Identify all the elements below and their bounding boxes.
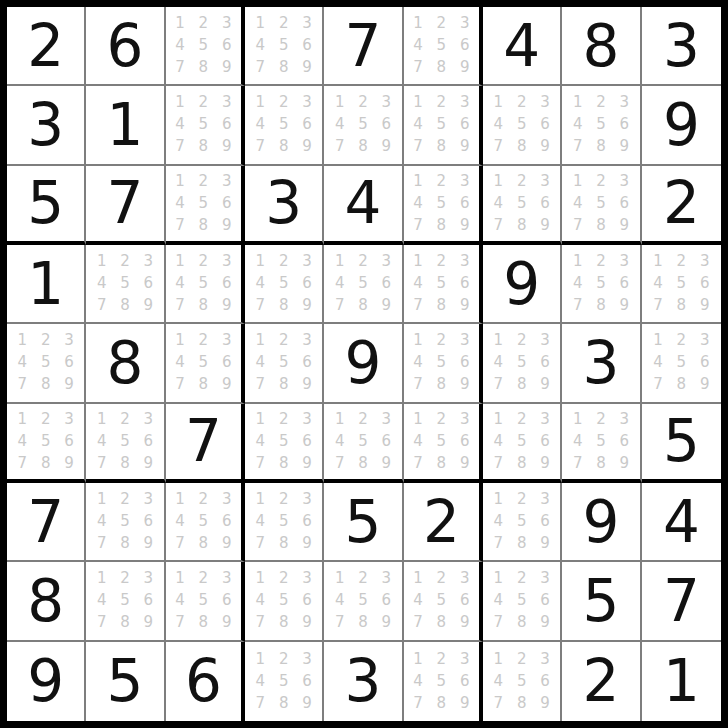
pencil-mark-digit: 3 — [137, 568, 160, 590]
given-digit: 5 — [663, 412, 700, 470]
cell-r7c7[interactable]: 123456789 — [483, 483, 562, 562]
pencil-mark-digit: 4 — [328, 273, 351, 295]
pencil-mark-digit: 4 — [566, 430, 589, 452]
given-digit: 7 — [27, 493, 64, 551]
cell-r7c2[interactable]: 123456789 — [86, 483, 165, 562]
pencil-mark-digit: 4 — [487, 430, 510, 452]
pencil-marks: 123456789 — [249, 13, 319, 79]
pencil-mark-digit: 4 — [406, 430, 429, 452]
pencil-mark-digit: 9 — [693, 295, 716, 317]
pencil-mark-digit: 5 — [430, 670, 453, 692]
cell-r9c2[interactable]: 5 — [86, 642, 165, 721]
pencil-mark-digit: 7 — [406, 136, 429, 158]
pencil-mark-digit: 2 — [589, 251, 612, 273]
cell-r2c5[interactable]: 123456789 — [324, 86, 403, 165]
pencil-mark-digit: 6 — [295, 114, 318, 136]
pencil-mark-digit: 4 — [249, 35, 272, 57]
pencil-mark-digit: 1 — [90, 408, 113, 430]
pencil-mark-digit: 7 — [90, 452, 113, 474]
pencil-mark-digit: 7 — [566, 214, 589, 236]
pencil-mark-digit: 9 — [453, 57, 476, 79]
cell-r4c6[interactable]: 123456789 — [404, 245, 483, 324]
pencil-mark-digit: 3 — [613, 408, 636, 430]
cell-r8c2[interactable]: 123456789 — [86, 562, 165, 641]
given-digit: 7 — [185, 412, 222, 470]
pencil-mark-digit: 5 — [670, 352, 693, 374]
pencil-mark-digit: 3 — [137, 408, 160, 430]
pencil-mark-digit: 7 — [487, 374, 510, 396]
cell-r8c3[interactable]: 123456789 — [166, 562, 245, 641]
pencil-mark-digit: 2 — [192, 92, 215, 114]
pencil-mark-digit: 4 — [487, 352, 510, 374]
pencil-mark-digit: 3 — [215, 568, 238, 590]
pencil-marks: 123456789 — [487, 408, 557, 474]
pencil-mark-digit: 9 — [453, 295, 476, 317]
pencil-mark-digit: 2 — [34, 408, 57, 430]
pencil-mark-digit: 6 — [215, 192, 238, 214]
pencil-mark-digit: 1 — [90, 251, 113, 273]
pencil-mark-digit: 4 — [406, 670, 429, 692]
pencil-mark-digit: 5 — [589, 273, 612, 295]
cell-r6c8[interactable]: 123456789 — [562, 404, 641, 483]
pencil-mark-digit: 9 — [375, 452, 398, 474]
pencil-mark-digit: 5 — [430, 114, 453, 136]
cell-r2c8[interactable]: 123456789 — [562, 86, 641, 165]
pencil-mark-digit: 2 — [510, 568, 533, 590]
given-digit: 7 — [345, 17, 382, 75]
cell-r6c3[interactable]: 7 — [166, 404, 245, 483]
pencil-mark-digit: 6 — [533, 192, 556, 214]
given-digit: 5 — [27, 174, 64, 232]
cell-r7c9[interactable]: 4 — [642, 483, 721, 562]
pencil-mark-digit: 5 — [272, 35, 295, 57]
pencil-mark-digit: 1 — [487, 648, 510, 670]
pencil-mark-digit: 6 — [453, 35, 476, 57]
pencil-mark-digit: 5 — [510, 590, 533, 612]
pencil-mark-digit: 3 — [215, 330, 238, 352]
given-digit: 4 — [663, 493, 700, 551]
pencil-mark-digit: 2 — [589, 92, 612, 114]
pencil-mark-digit: 1 — [566, 92, 589, 114]
pencil-mark-digit: 6 — [137, 430, 160, 452]
cell-r4c5[interactable]: 123456789 — [324, 245, 403, 324]
pencil-mark-digit: 1 — [406, 170, 429, 192]
cell-r6c2[interactable]: 123456789 — [86, 404, 165, 483]
pencil-mark-digit: 7 — [249, 533, 272, 555]
pencil-mark-digit: 9 — [137, 533, 160, 555]
pencil-mark-digit: 5 — [113, 273, 136, 295]
pencil-marks: 123456789 — [406, 13, 476, 79]
cell-r3c7[interactable]: 123456789 — [483, 166, 562, 245]
cell-r3c6[interactable]: 123456789 — [404, 166, 483, 245]
pencil-mark-digit: 9 — [533, 136, 556, 158]
pencil-mark-digit: 2 — [510, 92, 533, 114]
cell-r4c7[interactable]: 9 — [483, 245, 562, 324]
pencil-mark-digit: 1 — [249, 568, 272, 590]
pencil-mark-digit: 6 — [295, 430, 318, 452]
given-digit: 9 — [27, 652, 64, 710]
pencil-mark-digit: 3 — [533, 92, 556, 114]
cell-r8c6[interactable]: 123456789 — [404, 562, 483, 641]
cell-r8c7[interactable]: 123456789 — [483, 562, 562, 641]
pencil-mark-digit: 8 — [192, 533, 215, 555]
pencil-mark-digit: 1 — [11, 408, 34, 430]
pencil-mark-digit: 8 — [430, 136, 453, 158]
pencil-mark-digit: 1 — [566, 408, 589, 430]
pencil-mark-digit: 3 — [215, 92, 238, 114]
pencil-mark-digit: 5 — [113, 590, 136, 612]
pencil-marks: 123456789 — [249, 648, 319, 714]
pencil-mark-digit: 2 — [589, 170, 612, 192]
cell-r6c5[interactable]: 123456789 — [324, 404, 403, 483]
pencil-mark-digit: 1 — [328, 568, 351, 590]
given-digit: 1 — [663, 652, 700, 710]
pencil-mark-digit: 8 — [510, 533, 533, 555]
pencil-mark-digit: 2 — [430, 170, 453, 192]
cell-r5c4[interactable]: 123456789 — [245, 324, 324, 403]
pencil-mark-digit: 9 — [533, 612, 556, 634]
pencil-mark-digit: 4 — [90, 273, 113, 295]
cell-r2c7[interactable]: 123456789 — [483, 86, 562, 165]
pencil-mark-digit: 8 — [272, 57, 295, 79]
pencil-marks: 123456789 — [90, 408, 160, 474]
pencil-mark-digit: 8 — [589, 136, 612, 158]
pencil-mark-digit: 8 — [351, 612, 374, 634]
pencil-marks: 123456789 — [646, 251, 716, 317]
cell-r1c5[interactable]: 7 — [324, 7, 403, 86]
pencil-mark-digit: 6 — [453, 192, 476, 214]
pencil-mark-digit: 5 — [192, 114, 215, 136]
pencil-mark-digit: 7 — [646, 295, 669, 317]
cell-r3c5[interactable]: 4 — [324, 166, 403, 245]
pencil-mark-digit: 5 — [34, 430, 57, 452]
given-digit: 2 — [583, 652, 620, 710]
pencil-marks: 123456789 — [168, 170, 238, 236]
pencil-mark-digit: 9 — [533, 533, 556, 555]
cell-r1c7[interactable]: 4 — [483, 7, 562, 86]
pencil-mark-digit: 3 — [613, 170, 636, 192]
pencil-mark-digit: 3 — [215, 251, 238, 273]
pencil-mark-digit: 7 — [249, 692, 272, 714]
pencil-mark-digit: 8 — [351, 452, 374, 474]
cell-r6c1[interactable]: 123456789 — [7, 404, 86, 483]
cell-r8c8[interactable]: 5 — [562, 562, 641, 641]
pencil-mark-digit: 3 — [215, 489, 238, 511]
given-digit: 5 — [107, 652, 144, 710]
pencil-mark-digit: 6 — [375, 114, 398, 136]
cell-r7c1[interactable]: 7 — [7, 483, 86, 562]
pencil-mark-digit: 7 — [11, 374, 34, 396]
pencil-mark-digit: 8 — [272, 533, 295, 555]
pencil-mark-digit: 8 — [113, 533, 136, 555]
pencil-mark-digit: 4 — [566, 273, 589, 295]
cell-r1c9[interactable]: 3 — [642, 7, 721, 86]
pencil-mark-digit: 2 — [113, 489, 136, 511]
cell-r9c3[interactable]: 6 — [166, 642, 245, 721]
pencil-mark-digit: 9 — [453, 214, 476, 236]
pencil-mark-digit: 9 — [295, 612, 318, 634]
pencil-mark-digit: 5 — [351, 273, 374, 295]
cell-r1c8[interactable]: 8 — [562, 7, 641, 86]
cell-r8c1[interactable]: 8 — [7, 562, 86, 641]
cell-r3c9[interactable]: 2 — [642, 166, 721, 245]
pencil-marks: 123456789 — [566, 92, 636, 158]
pencil-mark-digit: 7 — [328, 295, 351, 317]
pencil-mark-digit: 2 — [351, 92, 374, 114]
pencil-mark-digit: 8 — [510, 214, 533, 236]
cell-r3c2[interactable]: 7 — [86, 166, 165, 245]
cell-r9c7[interactable]: 123456789 — [483, 642, 562, 721]
cell-r9c4[interactable]: 123456789 — [245, 642, 324, 721]
cell-r9c5[interactable]: 3 — [324, 642, 403, 721]
pencil-mark-digit: 2 — [192, 489, 215, 511]
cell-r3c8[interactable]: 123456789 — [562, 166, 641, 245]
pencil-mark-digit: 8 — [113, 612, 136, 634]
pencil-mark-digit: 1 — [646, 330, 669, 352]
pencil-mark-digit: 7 — [328, 136, 351, 158]
pencil-mark-digit: 1 — [90, 568, 113, 590]
pencil-mark-digit: 4 — [90, 430, 113, 452]
cell-r5c6[interactable]: 123456789 — [404, 324, 483, 403]
cell-r5c3[interactable]: 123456789 — [166, 324, 245, 403]
pencil-mark-digit: 5 — [430, 352, 453, 374]
cell-r6c6[interactable]: 123456789 — [404, 404, 483, 483]
given-digit: 6 — [107, 17, 144, 75]
pencil-mark-digit: 6 — [215, 273, 238, 295]
pencil-mark-digit: 7 — [11, 452, 34, 474]
pencil-mark-digit: 6 — [533, 590, 556, 612]
given-digit: 9 — [345, 334, 382, 392]
cell-r2c9[interactable]: 9 — [642, 86, 721, 165]
pencil-mark-digit: 6 — [453, 670, 476, 692]
cell-r1c4[interactable]: 123456789 — [245, 7, 324, 86]
pencil-mark-digit: 6 — [533, 352, 556, 374]
pencil-mark-digit: 7 — [90, 612, 113, 634]
pencil-mark-digit: 6 — [215, 511, 238, 533]
pencil-marks: 123456789 — [11, 330, 81, 396]
cell-r9c9[interactable]: 1 — [642, 642, 721, 721]
pencil-mark-digit: 5 — [192, 352, 215, 374]
pencil-mark-digit: 4 — [249, 511, 272, 533]
pencil-mark-digit: 1 — [90, 489, 113, 511]
cell-r8c9[interactable]: 7 — [642, 562, 721, 641]
cell-r7c4[interactable]: 123456789 — [245, 483, 324, 562]
pencil-mark-digit: 7 — [406, 57, 429, 79]
pencil-mark-digit: 5 — [589, 430, 612, 452]
pencil-mark-digit: 9 — [375, 612, 398, 634]
cell-r5c5[interactable]: 9 — [324, 324, 403, 403]
pencil-mark-digit: 3 — [295, 92, 318, 114]
given-digit: 9 — [663, 96, 700, 154]
pencil-mark-digit: 3 — [295, 408, 318, 430]
pencil-mark-digit: 4 — [90, 590, 113, 612]
cell-r1c2[interactable]: 6 — [86, 7, 165, 86]
pencil-marks: 123456789 — [406, 568, 476, 634]
cell-r7c5[interactable]: 5 — [324, 483, 403, 562]
cell-r1c6[interactable]: 123456789 — [404, 7, 483, 86]
pencil-mark-digit: 6 — [215, 590, 238, 612]
pencil-mark-digit: 9 — [215, 57, 238, 79]
pencil-marks: 123456789 — [249, 92, 319, 158]
pencil-mark-digit: 4 — [487, 511, 510, 533]
pencil-mark-digit: 3 — [533, 408, 556, 430]
pencil-marks: 123456789 — [406, 408, 476, 474]
cell-r1c1[interactable]: 2 — [7, 7, 86, 86]
pencil-mark-digit: 1 — [249, 408, 272, 430]
cell-r5c9[interactable]: 123456789 — [642, 324, 721, 403]
cell-r9c6[interactable]: 123456789 — [404, 642, 483, 721]
pencil-mark-digit: 9 — [295, 374, 318, 396]
cell-r4c3[interactable]: 123456789 — [166, 245, 245, 324]
pencil-mark-digit: 2 — [589, 408, 612, 430]
cell-r3c1[interactable]: 5 — [7, 166, 86, 245]
pencil-mark-digit: 7 — [646, 374, 669, 396]
pencil-mark-digit: 2 — [351, 251, 374, 273]
pencil-mark-digit: 9 — [453, 136, 476, 158]
pencil-mark-digit: 1 — [487, 408, 510, 430]
cell-r8c4[interactable]: 123456789 — [245, 562, 324, 641]
cell-r3c4[interactable]: 3 — [245, 166, 324, 245]
pencil-mark-digit: 2 — [192, 170, 215, 192]
pencil-mark-digit: 5 — [192, 35, 215, 57]
pencil-mark-digit: 7 — [168, 374, 191, 396]
pencil-mark-digit: 5 — [351, 430, 374, 452]
pencil-mark-digit: 4 — [249, 352, 272, 374]
cell-r4c1[interactable]: 1 — [7, 245, 86, 324]
cell-r5c8[interactable]: 3 — [562, 324, 641, 403]
cell-r4c8[interactable]: 123456789 — [562, 245, 641, 324]
pencil-mark-digit: 1 — [487, 489, 510, 511]
pencil-mark-digit: 2 — [430, 648, 453, 670]
pencil-mark-digit: 8 — [34, 374, 57, 396]
pencil-mark-digit: 5 — [192, 273, 215, 295]
given-digit: 9 — [583, 493, 620, 551]
cell-r4c9[interactable]: 123456789 — [642, 245, 721, 324]
pencil-mark-digit: 2 — [670, 251, 693, 273]
given-digit: 2 — [663, 174, 700, 232]
pencil-mark-digit: 5 — [272, 430, 295, 452]
pencil-mark-digit: 6 — [295, 273, 318, 295]
pencil-mark-digit: 3 — [533, 170, 556, 192]
pencil-mark-digit: 6 — [137, 273, 160, 295]
cell-r5c2[interactable]: 8 — [86, 324, 165, 403]
pencil-marks: 123456789 — [328, 92, 398, 158]
cell-r5c1[interactable]: 123456789 — [7, 324, 86, 403]
pencil-mark-digit: 9 — [693, 374, 716, 396]
pencil-mark-digit: 1 — [328, 251, 351, 273]
pencil-marks: 123456789 — [487, 568, 557, 634]
pencil-mark-digit: 5 — [430, 192, 453, 214]
pencil-mark-digit: 4 — [487, 114, 510, 136]
pencil-mark-digit: 8 — [589, 295, 612, 317]
pencil-mark-digit: 1 — [406, 568, 429, 590]
given-digit: 3 — [27, 96, 64, 154]
pencil-mark-digit: 7 — [90, 295, 113, 317]
cell-r3c3[interactable]: 123456789 — [166, 166, 245, 245]
cell-r5c7[interactable]: 123456789 — [483, 324, 562, 403]
pencil-mark-digit: 2 — [272, 568, 295, 590]
pencil-mark-digit: 3 — [453, 13, 476, 35]
cell-r2c4[interactable]: 123456789 — [245, 86, 324, 165]
cell-r1c3[interactable]: 123456789 — [166, 7, 245, 86]
cell-r4c4[interactable]: 123456789 — [245, 245, 324, 324]
pencil-mark-digit: 5 — [589, 192, 612, 214]
pencil-mark-digit: 2 — [192, 568, 215, 590]
pencil-mark-digit: 8 — [510, 452, 533, 474]
pencil-marks: 123456789 — [487, 648, 557, 714]
cell-r6c7[interactable]: 123456789 — [483, 404, 562, 483]
cell-r9c8[interactable]: 2 — [562, 642, 641, 721]
pencil-marks: 123456789 — [566, 408, 636, 474]
cell-r2c1[interactable]: 3 — [7, 86, 86, 165]
cell-r2c6[interactable]: 123456789 — [404, 86, 483, 165]
pencil-mark-digit: 6 — [453, 352, 476, 374]
cell-r2c2[interactable]: 1 — [86, 86, 165, 165]
given-digit: 9 — [503, 255, 540, 313]
pencil-mark-digit: 3 — [295, 13, 318, 35]
pencil-mark-digit: 1 — [168, 251, 191, 273]
pencil-marks: 123456789 — [90, 568, 160, 634]
pencil-mark-digit: 1 — [249, 13, 272, 35]
cell-r4c2[interactable]: 123456789 — [86, 245, 165, 324]
pencil-mark-digit: 9 — [453, 692, 476, 714]
cell-r9c1[interactable]: 9 — [7, 642, 86, 721]
cell-r8c5[interactable]: 123456789 — [324, 562, 403, 641]
cell-r7c8[interactable]: 9 — [562, 483, 641, 562]
pencil-mark-digit: 4 — [249, 114, 272, 136]
pencil-mark-digit: 4 — [487, 670, 510, 692]
pencil-mark-digit: 9 — [215, 295, 238, 317]
pencil-mark-digit: 9 — [215, 136, 238, 158]
pencil-mark-digit: 8 — [272, 452, 295, 474]
pencil-mark-digit: 2 — [272, 330, 295, 352]
pencil-mark-digit: 1 — [487, 92, 510, 114]
pencil-mark-digit: 9 — [295, 533, 318, 555]
pencil-marks: 123456789 — [406, 92, 476, 158]
pencil-mark-digit: 6 — [57, 430, 80, 452]
pencil-mark-digit: 7 — [406, 452, 429, 474]
pencil-mark-digit: 2 — [510, 330, 533, 352]
cell-r6c9[interactable]: 5 — [642, 404, 721, 483]
pencil-mark-digit: 2 — [113, 568, 136, 590]
cell-r2c3[interactable]: 123456789 — [166, 86, 245, 165]
pencil-mark-digit: 6 — [375, 430, 398, 452]
pencil-mark-digit: 9 — [613, 214, 636, 236]
given-digit: 7 — [663, 572, 700, 630]
pencil-mark-digit: 2 — [670, 330, 693, 352]
pencil-mark-digit: 4 — [249, 670, 272, 692]
pencil-mark-digit: 7 — [406, 612, 429, 634]
pencil-mark-digit: 4 — [566, 192, 589, 214]
pencil-mark-digit: 7 — [487, 692, 510, 714]
cell-r6c4[interactable]: 123456789 — [245, 404, 324, 483]
pencil-mark-digit: 4 — [90, 511, 113, 533]
pencil-mark-digit: 1 — [168, 13, 191, 35]
pencil-mark-digit: 3 — [453, 408, 476, 430]
pencil-mark-digit: 1 — [249, 330, 272, 352]
pencil-mark-digit: 4 — [406, 192, 429, 214]
pencil-mark-digit: 5 — [510, 430, 533, 452]
pencil-mark-digit: 3 — [295, 648, 318, 670]
cell-r7c6[interactable]: 2 — [404, 483, 483, 562]
pencil-mark-digit: 1 — [487, 170, 510, 192]
pencil-mark-digit: 6 — [375, 273, 398, 295]
pencil-mark-digit: 7 — [168, 136, 191, 158]
cell-r7c3[interactable]: 123456789 — [166, 483, 245, 562]
pencil-mark-digit: 3 — [57, 408, 80, 430]
pencil-mark-digit: 2 — [351, 568, 374, 590]
pencil-mark-digit: 6 — [693, 273, 716, 295]
